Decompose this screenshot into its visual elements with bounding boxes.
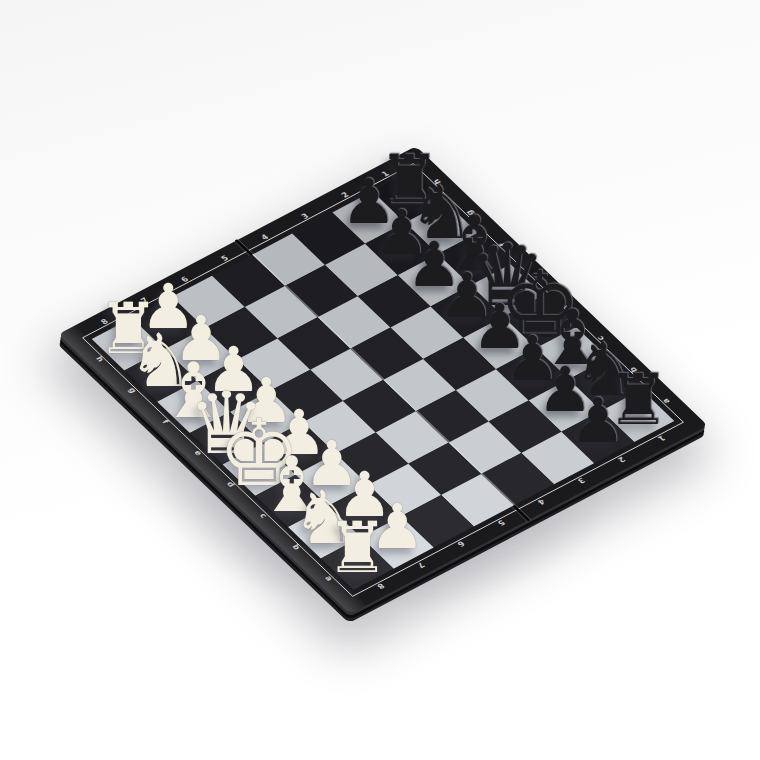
rank-label-near-3: 3 xyxy=(576,476,586,484)
rank-label-far-5: 5 xyxy=(220,255,230,263)
rank-label-near-4: 4 xyxy=(536,497,546,505)
white-rook[interactable]: ♜ xyxy=(331,522,383,574)
rank-label-far-4: 4 xyxy=(260,234,270,242)
fold-seam-notch-left xyxy=(235,239,254,256)
rank-label-near-5: 5 xyxy=(496,519,506,527)
product-photo-scene: ♜♞♝♛♚♝♞♜♟♟♟♟♟♟♟♟♟♟♟♟♟♟♟♟♜♞♝♛♚♝♞♜ hhggffe… xyxy=(0,0,760,760)
fold-seam-notch-right xyxy=(512,504,531,521)
rank-label-far-3: 3 xyxy=(300,212,310,220)
rank-label-near-6: 6 xyxy=(455,540,465,548)
black-pawn[interactable]: ♟ xyxy=(572,395,624,447)
square-a8[interactable]: ♜ xyxy=(321,537,394,589)
